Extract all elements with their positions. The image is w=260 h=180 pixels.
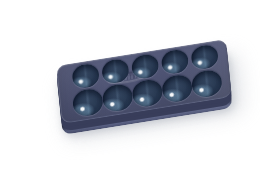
board-cell-r2c5	[191, 68, 223, 99]
pit-r2c1[interactable]	[72, 87, 104, 118]
pit-r1c1[interactable]	[71, 62, 100, 90]
board-cell-r2c3	[131, 77, 163, 108]
pit-r2c4[interactable]	[161, 73, 193, 104]
pit-r2c3[interactable]	[131, 78, 163, 109]
pit-r1c5[interactable]	[190, 43, 219, 71]
product-photo	[0, 0, 260, 180]
pit-r2c5[interactable]	[191, 68, 223, 99]
pit-r1c4[interactable]	[160, 48, 189, 76]
board-cell-r2c2	[101, 82, 133, 113]
board-cell-r2c4	[161, 73, 193, 104]
pit-r1c3[interactable]	[130, 53, 159, 81]
pit-r2c2[interactable]	[101, 82, 133, 113]
board-cell-r2c1	[72, 87, 104, 118]
pit-r1c2[interactable]	[100, 57, 129, 85]
